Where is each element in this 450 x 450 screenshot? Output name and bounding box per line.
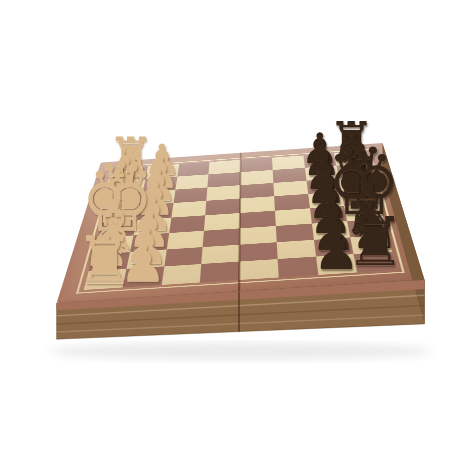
square-g4 <box>202 244 240 264</box>
square-d6 <box>274 194 310 211</box>
square-f7 <box>311 221 350 239</box>
square-h2 <box>122 267 164 288</box>
square-f1 <box>93 235 133 254</box>
square-f3 <box>166 231 204 250</box>
square-e5 <box>240 211 276 229</box>
square-f8 <box>347 219 387 237</box>
folding-chess-box <box>57 143 425 303</box>
square-h4 <box>200 262 239 283</box>
square-e7 <box>310 206 348 224</box>
square-d8 <box>342 189 380 206</box>
square-g2 <box>126 249 166 269</box>
square-g5 <box>239 242 277 262</box>
square-g1 <box>89 252 130 272</box>
square-g3 <box>164 247 203 267</box>
square-e4 <box>204 213 240 231</box>
chess-set-photo: ♜♟♟♜♞♟♟♞♝♟♟♝♛♟♟♛♚♟♟♚♝♟♟♝♞♟♟♞♜♟♟♜ <box>0 0 450 450</box>
chess-board-top <box>57 143 425 303</box>
square-e6 <box>275 208 312 226</box>
square-f6 <box>276 224 314 243</box>
square-e2 <box>133 218 171 236</box>
square-h7 <box>316 254 358 275</box>
square-d5 <box>240 196 275 213</box>
square-h1 <box>84 269 127 290</box>
square-d7 <box>308 192 345 209</box>
square-g6 <box>276 240 315 260</box>
square-f4 <box>203 228 240 247</box>
square-h3 <box>161 264 201 285</box>
square-f5 <box>240 226 277 245</box>
square-h5 <box>239 259 278 280</box>
square-g7 <box>313 237 353 257</box>
square-e8 <box>344 204 383 221</box>
square-f2 <box>130 233 169 252</box>
square-h8 <box>354 252 397 273</box>
square-h6 <box>277 257 317 278</box>
square-g8 <box>350 235 392 255</box>
square-e1 <box>98 220 137 238</box>
square-e3 <box>169 215 206 233</box>
board-scene <box>0 0 450 450</box>
